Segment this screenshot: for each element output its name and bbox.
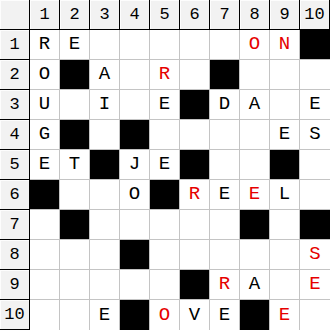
cell-r8c7[interactable] — [210, 240, 240, 270]
crossword-grid: 123456789101REON2OAR3UIEDAE4GES5ETJE6ORE… — [0, 0, 330, 330]
row-header-1: 1 — [0, 30, 30, 60]
cell-r5c3-block — [90, 150, 120, 180]
cell-r7c6[interactable] — [180, 210, 210, 240]
cell-r8c2[interactable] — [60, 240, 90, 270]
col-header-7: 7 — [210, 0, 240, 30]
cell-r5c2[interactable]: T — [60, 150, 90, 180]
cell-r1c8[interactable]: O — [240, 30, 270, 60]
cell-r5c4[interactable]: J — [120, 150, 150, 180]
col-header-3: 3 — [90, 0, 120, 30]
cell-r3c9[interactable] — [270, 90, 300, 120]
cell-r4c3[interactable] — [90, 120, 120, 150]
cell-r4c2-block — [60, 120, 90, 150]
col-header-10: 10 — [300, 0, 330, 30]
cell-r7c4[interactable] — [120, 210, 150, 240]
cell-r4c10[interactable]: S — [300, 120, 330, 150]
row-header-9: 9 — [0, 270, 30, 300]
row-header-7: 7 — [0, 210, 30, 240]
row-header-8: 8 — [0, 240, 30, 270]
cell-r5c7[interactable] — [210, 150, 240, 180]
cell-r6c8[interactable]: E — [240, 180, 270, 210]
cell-r9c1[interactable] — [30, 270, 60, 300]
cell-r5c1[interactable]: E — [30, 150, 60, 180]
cell-r6c10[interactable] — [300, 180, 330, 210]
cell-r4c8[interactable] — [240, 120, 270, 150]
row-header-5: 5 — [0, 150, 30, 180]
cell-r2c10[interactable] — [300, 60, 330, 90]
cell-r10c8-block — [240, 300, 270, 330]
cell-r10c1[interactable] — [30, 300, 60, 330]
cell-r4c6[interactable] — [180, 120, 210, 150]
cell-r10c7[interactable]: E — [210, 300, 240, 330]
cell-r8c4-block — [120, 240, 150, 270]
cell-r2c9[interactable] — [270, 60, 300, 90]
cell-r3c6-block — [180, 90, 210, 120]
cell-r5c10[interactable] — [300, 150, 330, 180]
cell-r4c4-block — [120, 120, 150, 150]
cell-r8c8[interactable] — [240, 240, 270, 270]
cell-r10c2[interactable] — [60, 300, 90, 330]
cell-r3c10[interactable]: E — [300, 90, 330, 120]
cell-r10c6[interactable]: V — [180, 300, 210, 330]
col-header-5: 5 — [150, 0, 180, 30]
cell-r7c5[interactable] — [150, 210, 180, 240]
cell-r3c4[interactable] — [120, 90, 150, 120]
cell-r6c1-block — [30, 180, 60, 210]
cell-r2c2-block — [60, 60, 90, 90]
cell-r7c2-block — [60, 210, 90, 240]
corner-cell — [0, 0, 30, 30]
cell-r5c5[interactable]: E — [150, 150, 180, 180]
col-header-2: 2 — [60, 0, 90, 30]
cell-r6c5-block — [150, 180, 180, 210]
cell-r1c1[interactable]: R — [30, 30, 60, 60]
cell-r4c5[interactable] — [150, 120, 180, 150]
cell-r5c8[interactable] — [240, 150, 270, 180]
cell-r10c4-block — [120, 300, 150, 330]
row-header-2: 2 — [0, 60, 30, 90]
row-header-10: 10 — [0, 300, 30, 330]
cell-r6c3[interactable] — [90, 180, 120, 210]
col-header-6: 6 — [180, 0, 210, 30]
cell-r3c3[interactable]: I — [90, 90, 120, 120]
cell-r7c8-block — [240, 210, 270, 240]
cell-r9c6-block — [180, 270, 210, 300]
cell-r3c1[interactable]: U — [30, 90, 60, 120]
cell-r2c5[interactable]: R — [150, 60, 180, 90]
col-header-1: 1 — [30, 0, 60, 30]
cell-r2c8[interactable] — [240, 60, 270, 90]
row-header-3: 3 — [0, 90, 30, 120]
cell-r8c3[interactable] — [90, 240, 120, 270]
cell-r1c2[interactable]: E — [60, 30, 90, 60]
cell-r6c9[interactable]: L — [270, 180, 300, 210]
cell-r8c5[interactable] — [150, 240, 180, 270]
cell-r9c10[interactable]: E — [300, 270, 330, 300]
cell-r4c7[interactable] — [210, 120, 240, 150]
col-header-8: 8 — [240, 0, 270, 30]
cell-r5c6-block — [180, 150, 210, 180]
cell-r5c9-block — [270, 150, 300, 180]
cell-r6c2[interactable] — [60, 180, 90, 210]
cell-r1c5[interactable] — [150, 30, 180, 60]
cell-r10c9[interactable]: E — [270, 300, 300, 330]
row-header-4: 4 — [0, 120, 30, 150]
cell-r8c10[interactable]: S — [300, 240, 330, 270]
cell-r9c9[interactable] — [270, 270, 300, 300]
cell-r1c4[interactable] — [120, 30, 150, 60]
cell-r9c2[interactable] — [60, 270, 90, 300]
cell-r7c7[interactable] — [210, 210, 240, 240]
cell-r1c10-block — [300, 30, 330, 60]
cell-r2c7-block — [210, 60, 240, 90]
cell-r4c9[interactable]: E — [270, 120, 300, 150]
cell-r3c8[interactable]: A — [240, 90, 270, 120]
cell-r9c5[interactable] — [150, 270, 180, 300]
cell-r2c4[interactable] — [120, 60, 150, 90]
cell-r9c4[interactable] — [120, 270, 150, 300]
cell-r9c7[interactable]: R — [210, 270, 240, 300]
cell-r9c3[interactable] — [90, 270, 120, 300]
cell-r10c3[interactable]: E — [90, 300, 120, 330]
cell-r10c5[interactable]: O — [150, 300, 180, 330]
cell-r3c7[interactable]: D — [210, 90, 240, 120]
cell-r8c9[interactable] — [270, 240, 300, 270]
cell-r8c1[interactable] — [30, 240, 60, 270]
cell-r1c3[interactable] — [90, 30, 120, 60]
cell-r1c6[interactable] — [180, 30, 210, 60]
cell-r6c4[interactable]: O — [120, 180, 150, 210]
cell-r6c6[interactable]: R — [180, 180, 210, 210]
cell-r9c8[interactable]: A — [240, 270, 270, 300]
cell-r6c7[interactable]: E — [210, 180, 240, 210]
cell-r2c3[interactable]: A — [90, 60, 120, 90]
row-header-6: 6 — [0, 180, 30, 210]
cell-r8c6[interactable] — [180, 240, 210, 270]
cell-r7c1[interactable] — [30, 210, 60, 240]
cell-r2c6[interactable] — [180, 60, 210, 90]
cell-r3c5[interactable]: E — [150, 90, 180, 120]
cell-r7c3[interactable] — [90, 210, 120, 240]
cell-r3c2[interactable] — [60, 90, 90, 120]
col-header-9: 9 — [270, 0, 300, 30]
cell-r7c9[interactable] — [270, 210, 300, 240]
cell-r2c1[interactable]: O — [30, 60, 60, 90]
cell-r7c10-block — [300, 210, 330, 240]
cell-r1c9[interactable]: N — [270, 30, 300, 60]
cell-r1c7[interactable] — [210, 30, 240, 60]
col-header-4: 4 — [120, 0, 150, 30]
cell-r10c10[interactable] — [300, 300, 330, 330]
cell-r4c1[interactable]: G — [30, 120, 60, 150]
